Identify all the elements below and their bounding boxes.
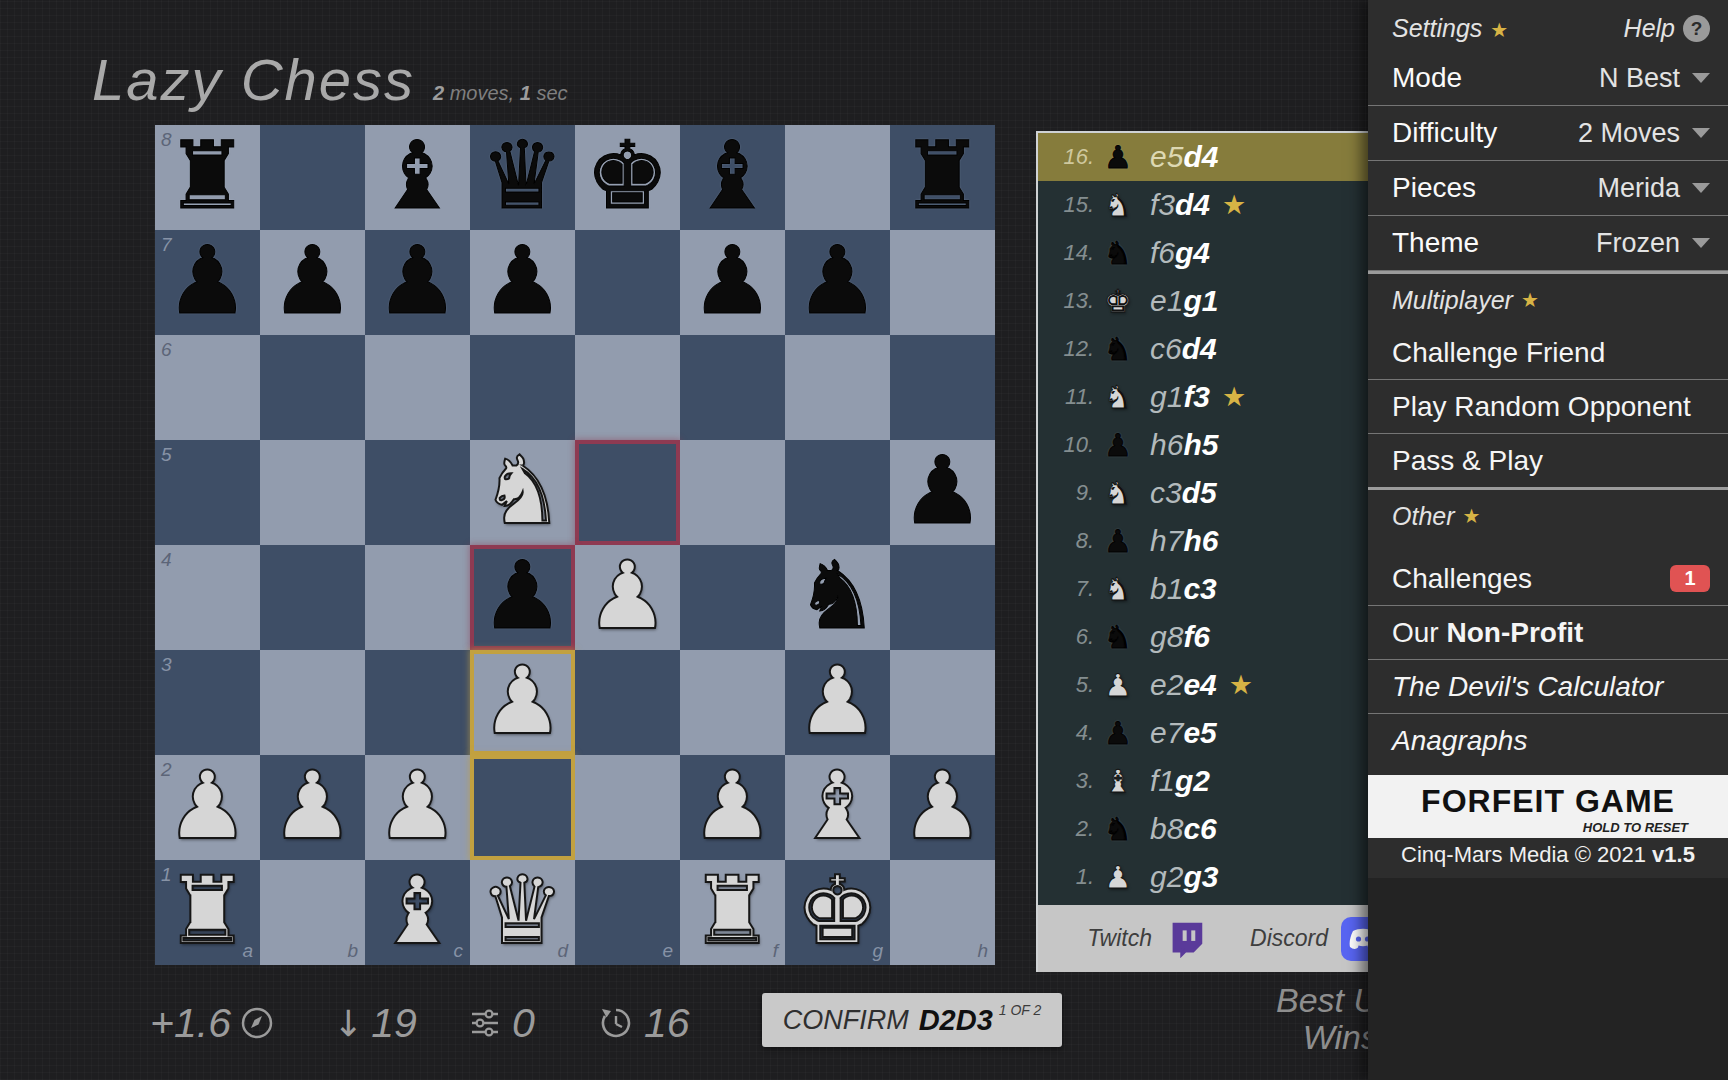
square-a2[interactable]: 2♟ (155, 755, 260, 860)
lazy-chess-app: Lazy Chess 2 moves, 1 sec 8♜♝♛♚♝♜7♟♟♟♟♟♟… (0, 0, 1728, 1080)
evaluation-stat: +1.6 (150, 993, 274, 1053)
move-text: c3d5 (1150, 476, 1217, 510)
move-number: 2. (1048, 816, 1094, 842)
chevron-down-icon (1692, 73, 1710, 83)
move-to: f6 (1183, 620, 1210, 653)
item-the-devil-s-calculator-label: The Devil's Calculator (1392, 671, 1663, 703)
star-icon: ★ (1490, 19, 1508, 41)
star-icon: ★ (1222, 189, 1246, 221)
history-value: 16 (644, 1000, 690, 1047)
move-from: e5 (1150, 140, 1183, 173)
white-king-icon: ♚ (1098, 279, 1138, 323)
square-d8[interactable]: ♛ (470, 125, 575, 230)
move-row-12[interactable]: 12.♞c6d4 (1038, 325, 1370, 373)
confirm-move-button[interactable]: CONFIRM D2D3 1 OF 2 (762, 993, 1062, 1047)
rank-label-4: 4 (161, 549, 172, 571)
piece-black-pawn-b7: ♟ (260, 230, 365, 335)
piece-black-pawn-f7: ♟ (680, 230, 785, 335)
move-to: c3 (1183, 572, 1216, 605)
square-g1[interactable]: g♚ (785, 860, 890, 965)
white-pawn-icon: ♟ (1098, 855, 1138, 899)
move-text: g8f6 (1150, 620, 1210, 654)
move-text: f6g4 (1150, 236, 1210, 270)
square-e4[interactable]: ♟ (575, 545, 680, 650)
setting-difficulty[interactable]: Difficulty2 Moves (1368, 106, 1728, 161)
forfeit-label: FORFEIT GAME (1368, 783, 1728, 820)
square-b3[interactable] (260, 650, 365, 755)
move-text: b8c6 (1150, 812, 1217, 846)
down-arrow-icon: ↓ (333, 1003, 363, 1044)
piece-black-knight-g4: ♞ (785, 545, 890, 650)
section-other: Other★Challenges1Our Non-ProfitThe Devil… (1368, 487, 1728, 767)
move-from: c3 (1150, 476, 1182, 509)
piece-black-pawn-a7: ♟ (155, 230, 260, 335)
piece-black-pawn-g7: ♟ (785, 230, 890, 335)
chevron-down-icon (1692, 183, 1710, 193)
move-to: e4 (1183, 668, 1216, 701)
twitch-label: Twitch (1087, 925, 1152, 952)
move-from: c6 (1150, 332, 1182, 365)
move-text: b1c3 (1150, 572, 1217, 606)
black-pawn-icon: ♟ (1098, 519, 1138, 563)
setting-mode[interactable]: ModeN Best (1368, 51, 1728, 106)
move-to: g2 (1175, 764, 1210, 797)
section-title-other: Other★ (1368, 490, 1728, 542)
setting-pieces[interactable]: PiecesMerida (1368, 161, 1728, 216)
white-pawn-icon: ♟ (1098, 663, 1138, 707)
file-label-b: b (347, 940, 358, 962)
move-to: f3 (1183, 380, 1210, 413)
move-text: f1g2 (1150, 764, 1210, 798)
piece-black-bishop-c8: ♝ (365, 125, 470, 230)
move-row-3[interactable]: 3.♝f1g2 (1038, 757, 1370, 805)
move-text: f3d4 (1150, 188, 1210, 222)
move-text: h6h5 (1150, 428, 1218, 462)
square-c5[interactable] (365, 440, 470, 545)
depth-stat: ↓ 19 (333, 993, 417, 1053)
move-text: e5d4 (1150, 140, 1218, 174)
black-pawn-icon: ♟ (1098, 135, 1138, 179)
section-items-other: Challenges1Our Non-ProfitThe Devil's Cal… (1368, 552, 1728, 767)
move-to: d5 (1182, 476, 1217, 509)
move-from: b1 (1150, 572, 1183, 605)
move-to: d4 (1182, 332, 1217, 365)
piece-white-pawn-g3: ♟ (785, 650, 890, 755)
settings-header: Settings★ Help ? (1368, 0, 1728, 51)
rank-label-6: 6 (161, 339, 172, 361)
move-number: 10. (1048, 432, 1094, 458)
tune-sliders-icon (468, 1006, 502, 1040)
piece-white-pawn-d3: ♟ (470, 650, 575, 755)
square-h5[interactable]: ♟ (890, 440, 995, 545)
star-icon: ★ (1521, 288, 1539, 312)
square-h2[interactable]: ♟ (890, 755, 995, 860)
square-f7[interactable]: ♟ (680, 230, 785, 335)
item-pass-play-label: Pass & Play (1392, 445, 1543, 477)
section-multiplayer: Multiplayer★Challenge FriendPlay Random … (1368, 271, 1728, 487)
move-number: 12. (1048, 336, 1094, 362)
file-label-h: h (977, 940, 988, 962)
app-title-row: Lazy Chess 2 moves, 1 sec (92, 46, 568, 113)
square-d2[interactable] (470, 755, 575, 860)
black-knight-icon: ♞ (1098, 615, 1138, 659)
move-row-14[interactable]: 14.♞f6g4 (1038, 229, 1370, 277)
square-h8[interactable]: ♜ (890, 125, 995, 230)
piece-white-bishop-c1: ♝ (365, 860, 470, 965)
help-button[interactable]: Help ? (1624, 14, 1710, 43)
setting-difficulty-value: 2 Moves (1578, 118, 1710, 149)
square-f6[interactable] (680, 335, 785, 440)
square-b1[interactable]: b (260, 860, 365, 965)
compass-icon (240, 1006, 274, 1040)
square-h3[interactable] (890, 650, 995, 755)
move-to: g1 (1183, 284, 1218, 317)
white-knight-icon: ♞ (1098, 183, 1138, 227)
piece-black-pawn-d4: ♟ (470, 545, 575, 650)
white-knight-icon: ♞ (1098, 471, 1138, 515)
move-row-1[interactable]: 1.♟g2g3 (1038, 853, 1370, 901)
move-from: f6 (1150, 236, 1175, 269)
square-a1[interactable]: 1a♜ (155, 860, 260, 965)
copyright-text: Cinq-Mars Media © 2021 v1.5 (1368, 842, 1728, 868)
square-a5[interactable]: 5 (155, 440, 260, 545)
square-g4[interactable]: ♞ (785, 545, 890, 650)
move-row-13[interactable]: 13.♚e1g1 (1038, 277, 1370, 325)
piece-white-pawn-a2: ♟ (155, 755, 260, 860)
white-knight-icon: ♞ (1098, 567, 1138, 611)
app-subtitle: 2 moves, 1 sec (433, 82, 568, 105)
move-number: 13. (1048, 288, 1094, 314)
item-challenge-friend[interactable]: Challenge Friend (1368, 326, 1728, 379)
move-from: g8 (1150, 620, 1183, 653)
rank-label-5: 5 (161, 444, 172, 466)
white-knight-icon: ♞ (1098, 375, 1138, 419)
item-our-non-profit[interactable]: Our Non-Profit (1368, 605, 1728, 659)
item-pass-play[interactable]: Pass & Play (1368, 433, 1728, 487)
move-row-8[interactable]: 8.♟h7h6 (1038, 517, 1370, 565)
settings-panel: Settings★ Help ? ModeN BestDifficulty2 M… (1368, 0, 1728, 1080)
square-a3[interactable]: 3 (155, 650, 260, 755)
piece-white-pawn-h2: ♟ (890, 755, 995, 860)
item-challenges-label: Challenges (1392, 563, 1532, 595)
move-text: e1g1 (1150, 284, 1218, 318)
social-bar: Twitch Discord (1038, 905, 1370, 972)
move-number: 3. (1048, 768, 1094, 794)
square-g5[interactable] (785, 440, 890, 545)
move-from: b8 (1150, 812, 1183, 845)
move-text: g1f3 (1150, 380, 1210, 414)
settings-footer-area (1368, 878, 1728, 1080)
setting-pieces-label: Pieces (1392, 172, 1476, 204)
item-challenge-friend-label: Challenge Friend (1392, 337, 1605, 369)
move-number: 4. (1048, 720, 1094, 746)
move-row-9[interactable]: 9.♞c3d5 (1038, 469, 1370, 517)
piece-white-rook-f1: ♜ (680, 860, 785, 965)
move-text: g2g3 (1150, 860, 1218, 894)
piece-black-pawn-h5: ♟ (890, 440, 995, 545)
white-bishop-icon: ♝ (1098, 759, 1138, 803)
section-title-text: Multiplayer (1392, 286, 1513, 315)
move-text: c6d4 (1150, 332, 1217, 366)
move-number: 1. (1048, 864, 1094, 890)
star-icon: ★ (1229, 669, 1253, 701)
move-number: 7. (1048, 576, 1094, 602)
move-number: 16. (1048, 144, 1094, 170)
square-d1[interactable]: d♛ (470, 860, 575, 965)
tune-value: 0 (512, 1000, 535, 1047)
move-number: 11. (1048, 384, 1094, 410)
piece-black-pawn-d7: ♟ (470, 230, 575, 335)
item-anagraphs-label: Anagraphs (1392, 725, 1527, 757)
move-row-10[interactable]: 10.♟h6h5 (1038, 421, 1370, 469)
confirm-label: CONFIRM (783, 1005, 909, 1036)
square-d6[interactable] (470, 335, 575, 440)
move-to: d4 (1183, 140, 1218, 173)
piece-black-rook-h8: ♜ (890, 125, 995, 230)
move-from: g2 (1150, 860, 1183, 893)
move-list-panel: 16.♟e5d415.♞f3d4★14.♞f6g413.♚e1g112.♞c6d… (1036, 131, 1370, 972)
square-h7[interactable] (890, 230, 995, 335)
square-c7[interactable]: ♟ (365, 230, 470, 335)
square-h4[interactable] (890, 545, 995, 650)
square-d5[interactable]: ♞ (470, 440, 575, 545)
move-from: e2 (1150, 668, 1183, 701)
item-anagraphs[interactable]: Anagraphs (1368, 713, 1728, 767)
square-b8[interactable] (260, 125, 365, 230)
settings-title: Settings★ (1392, 14, 1508, 43)
piece-black-bishop-f8: ♝ (680, 125, 785, 230)
square-g3[interactable]: ♟ (785, 650, 890, 755)
square-c4[interactable] (365, 545, 470, 650)
piece-black-king-e8: ♚ (575, 125, 680, 230)
move-row-4[interactable]: 4.♟e7e5 (1038, 709, 1370, 757)
move-row-15[interactable]: 15.♞f3d4★ (1038, 181, 1370, 229)
move-from: h6 (1150, 428, 1183, 461)
challenges-badge: 1 (1670, 565, 1710, 592)
star-icon: ★ (1463, 504, 1481, 528)
square-b4[interactable] (260, 545, 365, 650)
square-g6[interactable] (785, 335, 890, 440)
square-h6[interactable] (890, 335, 995, 440)
move-number: 15. (1048, 192, 1094, 218)
square-c6[interactable] (365, 335, 470, 440)
move-to: h6 (1183, 524, 1218, 557)
square-f4[interactable] (680, 545, 785, 650)
move-text: e7e5 (1150, 716, 1217, 750)
item-play-random-opponent-label: Play Random Opponent (1392, 391, 1691, 423)
section-items-multiplayer: Challenge FriendPlay Random OpponentPass… (1368, 326, 1728, 487)
square-a4[interactable]: 4 (155, 545, 260, 650)
square-e6[interactable] (575, 335, 680, 440)
piece-white-pawn-f2: ♟ (680, 755, 785, 860)
setting-pieces-value: Merida (1597, 173, 1710, 204)
move-row-7[interactable]: 7.♞b1c3 (1038, 565, 1370, 613)
move-number: 5. (1048, 672, 1094, 698)
square-e7[interactable] (575, 230, 680, 335)
move-to: h5 (1183, 428, 1218, 461)
black-knight-icon: ♞ (1098, 231, 1138, 275)
confirm-move-text: D2D3 (919, 1004, 993, 1037)
move-from: g1 (1150, 380, 1183, 413)
section-title-multiplayer: Multiplayer★ (1368, 274, 1728, 326)
square-b2[interactable]: ♟ (260, 755, 365, 860)
chess-board: 8♜♝♛♚♝♜7♟♟♟♟♟♟65♞♟4♟♟♞3♟♟2♟♟♟♟♝♟1a♜bc♝d♛… (155, 125, 995, 965)
piece-black-pawn-c7: ♟ (365, 230, 470, 335)
depth-value: 19 (371, 1000, 417, 1047)
square-f5[interactable] (680, 440, 785, 545)
help-icon: ? (1683, 15, 1710, 42)
setting-difficulty-label: Difficulty (1392, 117, 1497, 149)
forfeit-sub-label: HOLD TO RESET (1583, 820, 1688, 835)
move-to: e5 (1183, 716, 1216, 749)
piece-white-bishop-g2: ♝ (785, 755, 890, 860)
piece-white-pawn-b2: ♟ (260, 755, 365, 860)
move-to: c6 (1183, 812, 1216, 845)
app-title: Lazy Chess (92, 46, 415, 113)
square-e1[interactable]: e (575, 860, 680, 965)
black-pawn-icon: ♟ (1098, 711, 1138, 755)
square-c3[interactable] (365, 650, 470, 755)
square-c8[interactable]: ♝ (365, 125, 470, 230)
piece-white-king-g1: ♚ (785, 860, 890, 965)
square-a6[interactable]: 6 (155, 335, 260, 440)
star-icon: ★ (1222, 381, 1246, 413)
evaluation-value: +1.6 (150, 1000, 231, 1047)
setting-mode-label: Mode (1392, 62, 1462, 94)
square-e8[interactable]: ♚ (575, 125, 680, 230)
move-to: g3 (1183, 860, 1218, 893)
square-b7[interactable]: ♟ (260, 230, 365, 335)
square-g7[interactable]: ♟ (785, 230, 890, 335)
square-f2[interactable]: ♟ (680, 755, 785, 860)
tune-stat[interactable]: 0 (468, 993, 535, 1053)
piece-black-rook-a8: ♜ (155, 125, 260, 230)
twitch-icon[interactable] (1164, 917, 1208, 961)
move-row-6[interactable]: 6.♞g8f6 (1038, 613, 1370, 661)
square-f1[interactable]: f♜ (680, 860, 785, 965)
square-e5[interactable] (575, 440, 680, 545)
move-from: h7 (1150, 524, 1183, 557)
square-c2[interactable]: ♟ (365, 755, 470, 860)
square-f3[interactable] (680, 650, 785, 755)
square-e3[interactable] (575, 650, 680, 755)
history-icon (598, 1005, 634, 1041)
setting-theme-label: Theme (1392, 227, 1479, 259)
square-a7[interactable]: 7♟ (155, 230, 260, 335)
item-challenges[interactable]: Challenges1 (1368, 552, 1728, 605)
help-label: Help (1624, 14, 1675, 43)
piece-white-queen-d1: ♛ (470, 860, 575, 965)
piece-white-pawn-c2: ♟ (365, 755, 470, 860)
setting-mode-value: N Best (1599, 63, 1710, 94)
best-wins-text: Best U Wins (1150, 982, 1378, 1056)
move-from: f3 (1150, 188, 1175, 221)
piece-white-knight-d5: ♞ (470, 440, 575, 545)
move-to: d4 (1175, 188, 1210, 221)
black-knight-icon: ♞ (1098, 327, 1138, 371)
move-text: h7h6 (1150, 524, 1218, 558)
move-from: e1 (1150, 284, 1183, 317)
square-d4[interactable]: ♟ (470, 545, 575, 650)
square-f8[interactable]: ♝ (680, 125, 785, 230)
square-b5[interactable] (260, 440, 365, 545)
square-h1[interactable]: h (890, 860, 995, 965)
piece-black-queen-d8: ♛ (470, 125, 575, 230)
item-our-non-profit-label: Our Non-Profit (1392, 617, 1583, 649)
settings-sections: Multiplayer★Challenge FriendPlay Random … (1368, 271, 1728, 767)
move-number: 8. (1048, 528, 1094, 554)
section-title-text: Other (1392, 502, 1455, 531)
move-to: g4 (1175, 236, 1210, 269)
move-number: 6. (1048, 624, 1094, 650)
history-stat[interactable]: 16 (598, 993, 690, 1053)
black-knight-icon: ♞ (1098, 807, 1138, 851)
file-label-e: e (662, 940, 673, 962)
square-b6[interactable] (260, 335, 365, 440)
square-c1[interactable]: c♝ (365, 860, 470, 965)
settings-dropdowns: ModeN BestDifficulty2 MovesPiecesMeridaT… (1368, 51, 1728, 271)
discord-icon[interactable] (1340, 916, 1370, 962)
item-the-devil-s-calculator[interactable]: The Devil's Calculator (1368, 659, 1728, 713)
chevron-down-icon (1692, 128, 1710, 138)
black-pawn-icon: ♟ (1098, 423, 1138, 467)
move-from: e7 (1150, 716, 1183, 749)
square-a8[interactable]: 8♜ (155, 125, 260, 230)
square-e2[interactable] (575, 755, 680, 860)
setting-theme[interactable]: ThemeFrozen (1368, 216, 1728, 271)
square-d3[interactable]: ♟ (470, 650, 575, 755)
forfeit-game-button[interactable]: FORFEIT GAME HOLD TO RESET (1368, 775, 1728, 838)
move-row-16[interactable]: 16.♟e5d4 (1038, 133, 1370, 181)
rank-label-3: 3 (161, 654, 172, 676)
move-row-2[interactable]: 2.♞b8c6 (1038, 805, 1370, 853)
chevron-down-icon (1692, 238, 1710, 248)
setting-theme-value: Frozen (1596, 228, 1710, 259)
move-number: 9. (1048, 480, 1094, 506)
confirm-counter: 1 OF 2 (999, 1002, 1042, 1018)
move-row-5[interactable]: 5.♟e2e4★ (1038, 661, 1370, 709)
piece-white-pawn-e4: ♟ (575, 545, 680, 650)
square-g8[interactable] (785, 125, 890, 230)
move-text: e2e4 (1150, 668, 1217, 702)
move-from: f1 (1150, 764, 1175, 797)
piece-white-rook-a1: ♜ (155, 860, 260, 965)
square-g2[interactable]: ♝ (785, 755, 890, 860)
discord-label: Discord (1250, 925, 1328, 952)
move-number: 14. (1048, 240, 1094, 266)
move-row-11[interactable]: 11.♞g1f3★ (1038, 373, 1370, 421)
move-list: 16.♟e5d415.♞f3d4★14.♞f6g413.♚e1g112.♞c6d… (1038, 133, 1370, 901)
item-play-random-opponent[interactable]: Play Random Opponent (1368, 379, 1728, 433)
square-d7[interactable]: ♟ (470, 230, 575, 335)
